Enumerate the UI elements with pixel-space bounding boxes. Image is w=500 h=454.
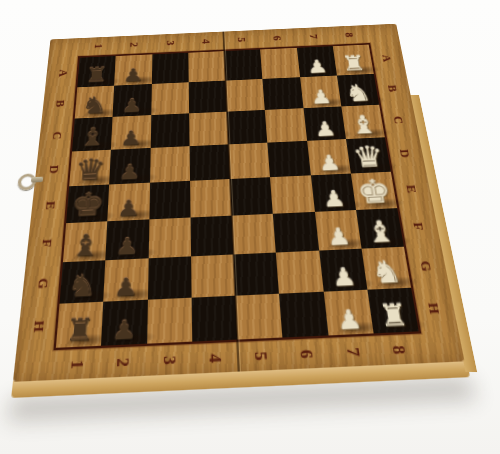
piece-dark-pawn-H2: ♟ [111,317,137,344]
label-file-B: B [372,78,412,99]
piece-light-pawn-A7: ♟ [306,58,329,76]
label-file-D: D [384,142,426,165]
label-rank-7: 7 [301,22,325,52]
square-G7: ♟ [319,249,367,292]
piece-shadow [323,199,367,212]
square-G1: ♞ [60,260,106,303]
piece-dark-pawn-B2: ♟ [121,96,143,115]
piece-shadow [72,249,120,263]
piece-dark-pawn-D2: ♟ [118,161,141,183]
chess-board-tilt: 12345678 12345678 ABCDEFGH ABCDEFGH ♜♟♟♜… [13,24,465,382]
square-G4 [191,254,235,297]
piece-shadow [68,289,117,304]
piece-light-pawn-D7: ♟ [317,152,342,173]
square-E3 [149,181,190,220]
square-D6 [268,141,311,177]
square-E8: ♚ [351,172,398,210]
label-file-H: H [410,294,458,323]
square-C5 [227,110,268,144]
square-H8: ♜ [367,288,419,334]
square-C6 [265,108,307,142]
piece-shadow [337,320,385,336]
label-file-C: C [378,109,419,131]
square-C8: ♝ [341,105,385,139]
chess-board: 12345678 12345678 ABCDEFGH ABCDEFGH ♜♟♟♜… [13,24,465,382]
label-file-A: A [44,63,81,83]
piece-shadow [370,235,415,249]
piece-dark-queen-D1: ♛ [74,155,107,185]
piece-shadow [65,332,116,348]
piece-shadow [376,275,422,290]
label-rank-2: 2 [123,30,144,60]
piece-light-rook-A8: ♜ [340,53,367,74]
piece-light-pawn-C7: ♟ [313,119,337,139]
piece-dark-king-E1: ♚ [70,188,106,222]
piece-light-queen-D8: ♛ [351,143,386,173]
square-F2: ♟ [106,219,149,260]
square-B4 [188,81,226,114]
square-C7: ♟ [303,106,346,140]
piece-light-pawn-F7: ♟ [325,225,351,249]
piece-shadow [116,208,162,221]
label-rank-8: 8 [337,20,362,50]
square-C3 [150,113,189,148]
square-F8: ♝ [356,208,404,249]
square-E1: ♚ [66,184,109,223]
label-rank-4: 4 [195,27,216,57]
label-rank-6: 6 [266,23,289,53]
piece-dark-pawn-A2: ♟ [123,66,144,84]
square-C1: ♝ [72,117,113,152]
label-file-G: G [403,253,450,280]
label-rank-1: 1 [87,31,109,61]
square-C2: ♟ [111,115,151,150]
square-H2: ♟ [101,300,147,346]
piece-dark-bishop-C1: ♝ [78,124,107,150]
square-D8: ♛ [346,137,391,173]
square-D4 [189,144,230,180]
piece-light-pawn-G7: ♟ [330,265,357,290]
piece-dark-pawn-C2: ♟ [120,128,142,148]
piece-dark-pawn-F2: ♟ [115,235,139,259]
file-labels-left: ABCDEFGH [23,58,75,349]
piece-light-bishop-C8: ♝ [348,112,379,138]
square-D2: ♟ [109,148,150,185]
piece-light-rook-H8: ♜ [377,300,411,331]
square-G8: ♞ [361,247,411,290]
label-file-B: B [41,93,79,114]
label-file-G: G [21,270,65,297]
square-H6 [279,292,328,338]
label-file-E: E [390,177,434,201]
piece-light-pawn-B7: ♟ [309,88,332,107]
square-H1: ♜ [56,302,104,348]
piece-light-bishop-F8: ♝ [363,217,398,247]
product-photo: 12345678 12345678 ABCDEFGH ABCDEFGH ♜♟♟♜… [0,0,500,454]
square-D3 [150,146,190,182]
square-B7: ♟ [300,76,341,109]
piece-light-knight-G8: ♞ [369,257,404,288]
square-D7: ♟ [307,139,351,175]
square-E2: ♟ [108,183,150,222]
piece-dark-rook-H1: ♜ [64,315,95,347]
square-D1: ♛ [69,150,111,187]
piece-dark-pawn-G2: ♟ [113,274,138,300]
label-rank-5: 5 [231,25,253,55]
piece-light-king-E8: ♚ [355,176,394,209]
square-G6 [276,251,323,294]
piece-dark-rook-A1: ♜ [84,65,109,86]
square-F6 [273,212,319,253]
square-H5 [235,294,282,340]
piece-light-pawn-H7: ♟ [335,307,363,334]
piece-shadow [110,330,160,346]
square-B2: ♟ [113,84,152,117]
square-F3 [148,218,191,259]
clasp-latch [17,171,45,190]
square-H4 [191,296,237,342]
square-E7: ♟ [310,174,355,212]
label-file-H: H [16,312,62,341]
square-D5 [228,143,270,179]
square-E6 [270,175,314,213]
square-B5 [226,79,265,112]
piece-dark-knight-B1: ♞ [81,93,109,117]
label-file-C: C [37,125,76,147]
square-H7: ♟ [323,290,373,336]
piece-shadow [74,210,120,223]
label-file-F: F [25,230,68,256]
chess-board-wrapper: 12345678 12345678 ABCDEFGH ABCDEFGH ♜♟♟♜… [26,0,434,371]
square-B3 [151,82,189,115]
square-B6 [263,77,303,110]
square-E5 [230,177,273,215]
label-file-A: A [367,49,406,69]
piece-shadow [383,318,431,334]
piece-dark-knight-G1: ♞ [66,270,98,302]
square-B1: ♞ [75,86,115,119]
piece-shadow [332,277,379,292]
label-rank-3: 3 [160,28,181,58]
clasp-bar-icon [31,176,43,182]
piece-shadow [112,287,161,302]
piece-shadow [364,197,408,210]
piece-light-pawn-E7: ♟ [321,188,347,211]
square-E4 [190,179,232,218]
square-G2: ♟ [103,258,148,301]
piece-shadow [114,247,161,261]
square-F1: ♝ [63,221,108,262]
square-G3 [147,256,191,299]
square-F7: ♟ [314,210,361,251]
piece-light-knight-B8: ♞ [344,82,374,106]
piece-dark-pawn-E2: ♟ [117,197,141,220]
piece-shadow [327,237,372,251]
square-F4 [190,216,233,257]
square-F5 [232,214,276,255]
square-H3 [147,298,192,344]
square-C4 [189,112,229,147]
label-file-E: E [29,193,71,217]
playing-field: ♜♟♟♜♞♟♟♞♝♟♟♝♛♟♟♛♚♟♟♚♝♟♟♝♞♟♟♞♜♟♟♜ [53,43,421,350]
square-G5 [233,253,279,296]
piece-dark-bishop-F1: ♝ [69,230,101,261]
